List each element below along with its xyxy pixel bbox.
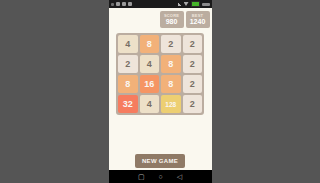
best-value: 1240 bbox=[190, 18, 206, 26]
tile-r1c3: 2 bbox=[161, 35, 181, 53]
notification-icon bbox=[111, 3, 114, 6]
tile-r4c3: 128 bbox=[161, 95, 181, 113]
wifi-icon bbox=[184, 2, 189, 6]
app-screen: SCORE 980 BEST 1240 48222482816823241282… bbox=[109, 0, 212, 183]
recents-icon[interactable]: ▢ bbox=[138, 173, 145, 180]
button-row: NEW GAME bbox=[109, 154, 212, 168]
signal-icon bbox=[178, 2, 182, 6]
tile-r1c2: 8 bbox=[140, 35, 160, 53]
tile-r2c1: 2 bbox=[118, 55, 138, 73]
clock-icon bbox=[202, 3, 210, 6]
status-bar bbox=[109, 0, 212, 8]
tile-r1c4: 2 bbox=[183, 35, 203, 53]
tile-r2c4: 2 bbox=[183, 55, 203, 73]
score-value: 980 bbox=[166, 18, 178, 26]
notification-icon bbox=[128, 2, 132, 6]
tile-r3c1: 8 bbox=[118, 75, 138, 93]
score-box: SCORE 980 bbox=[160, 11, 184, 28]
scoreboard: SCORE 980 BEST 1240 bbox=[109, 11, 212, 28]
tile-r2c2: 4 bbox=[140, 55, 160, 73]
tile-r3c2: 16 bbox=[140, 75, 160, 93]
tile-r2c3: 8 bbox=[161, 55, 181, 73]
battery-icon bbox=[191, 1, 200, 7]
status-notifications bbox=[111, 2, 132, 6]
android-nav-bar: ▢ ○ ◁ bbox=[109, 170, 212, 183]
notification-icon bbox=[122, 2, 126, 6]
tile-r3c4: 2 bbox=[183, 75, 203, 93]
tile-r4c1: 32 bbox=[118, 95, 138, 113]
tile-r4c4: 2 bbox=[183, 95, 203, 113]
tile-r3c3: 8 bbox=[161, 75, 181, 93]
back-icon[interactable]: ◁ bbox=[177, 173, 182, 180]
notification-icon bbox=[116, 2, 120, 6]
best-box: BEST 1240 bbox=[186, 11, 210, 28]
tile-r4c2: 4 bbox=[140, 95, 160, 113]
game-board[interactable]: 48222482816823241282 bbox=[116, 33, 204, 115]
new-game-button[interactable]: NEW GAME bbox=[135, 154, 185, 168]
status-system-icons bbox=[178, 1, 210, 7]
home-icon[interactable]: ○ bbox=[159, 173, 163, 180]
tile-r1c1: 4 bbox=[118, 35, 138, 53]
